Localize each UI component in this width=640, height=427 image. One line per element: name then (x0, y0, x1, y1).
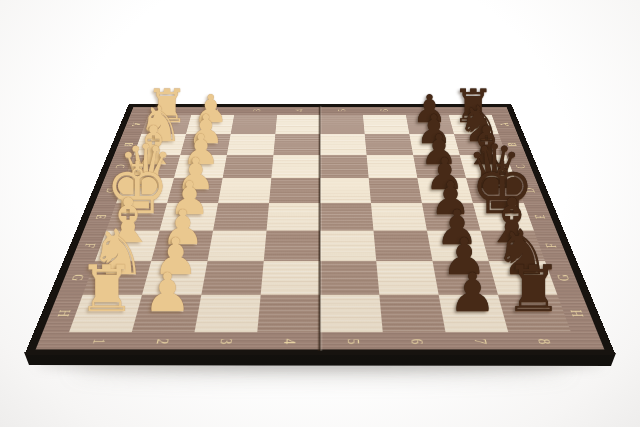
pieces-layer: ♜♟♟♜♞♟♟♞♝♟♟♝♛♟♟♛♚♟♟♚♝♟♟♝♞♟♟♞♜♟♟♜ (0, 0, 640, 427)
piece-black-rook-h8[interactable]: ♜ (505, 256, 563, 320)
piece-white-pawn-h2[interactable]: ♟ (144, 266, 192, 320)
photo-scene: AA11BB22CC33DD44EE55FF66GG77HH88 ♜♟♟♜♞♟♟… (0, 0, 640, 427)
piece-white-rook-h1[interactable]: ♜ (78, 256, 136, 320)
piece-black-pawn-h7[interactable]: ♟ (449, 266, 497, 320)
